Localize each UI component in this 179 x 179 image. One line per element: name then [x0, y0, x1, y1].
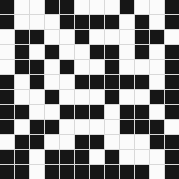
cell-r8c2-filled[interactable] [15, 105, 29, 119]
cell-r8c4-empty[interactable] [45, 105, 59, 119]
cell-r4c6-empty[interactable] [75, 45, 89, 59]
cell-r1c3-empty[interactable] [30, 0, 44, 14]
cell-r7c2-empty[interactable] [15, 90, 29, 104]
cell-r11c2-filled[interactable] [15, 150, 29, 164]
cell-r3c7-empty[interactable] [90, 30, 104, 44]
cell-r6c2-empty[interactable] [15, 75, 29, 89]
cell-r11c6-filled[interactable] [75, 150, 89, 164]
cell-r8c11-empty[interactable] [150, 105, 164, 119]
cell-r9c1-filled[interactable] [0, 120, 14, 134]
cell-r1c6-empty[interactable] [75, 0, 89, 14]
cell-r6c6-filled[interactable] [75, 75, 89, 89]
cell-r8c7-filled[interactable] [90, 105, 104, 119]
cell-r7c9-empty[interactable] [120, 90, 134, 104]
cell-r6c10-filled[interactable] [135, 75, 149, 89]
cell-r2c7-filled[interactable] [90, 15, 104, 29]
cell-r1c2-empty[interactable] [15, 0, 29, 14]
cell-r2c9-empty[interactable] [120, 15, 134, 29]
cell-r12c1-filled[interactable] [0, 165, 14, 179]
cell-r8c6-filled[interactable] [75, 105, 89, 119]
cell-r7c7-empty[interactable] [90, 90, 104, 104]
cell-r1c4-filled[interactable] [45, 0, 59, 14]
cell-r12c9-filled[interactable] [120, 165, 134, 179]
cell-r9c2-empty[interactable] [15, 120, 29, 134]
cell-r11c5-filled[interactable] [60, 150, 74, 164]
cell-r7c12-filled[interactable] [165, 90, 179, 104]
cell-r9c6-empty[interactable] [75, 120, 89, 134]
cell-r9c3-filled[interactable] [30, 120, 44, 134]
cell-r9c12-empty[interactable] [165, 120, 179, 134]
cell-r3c12-empty[interactable] [165, 30, 179, 44]
cell-r12c5-filled[interactable] [60, 165, 74, 179]
cell-r10c12-filled[interactable] [165, 135, 179, 149]
cell-r2c1-filled[interactable] [0, 15, 14, 29]
cell-r6c3-filled[interactable] [30, 75, 44, 89]
cell-r5c9-empty[interactable] [120, 60, 134, 74]
cell-r10c11-filled[interactable] [150, 135, 164, 149]
cell-r10c6-filled[interactable] [75, 135, 89, 149]
cell-r4c2-filled[interactable] [15, 45, 29, 59]
cell-r9c11-filled[interactable] [150, 120, 164, 134]
cell-r6c4-empty[interactable] [45, 75, 59, 89]
cell-r4c3-empty[interactable] [30, 45, 44, 59]
cell-r10c5-empty[interactable] [60, 135, 74, 149]
cell-r1c9-filled[interactable] [120, 0, 134, 14]
cell-r5c11-empty[interactable] [150, 60, 164, 74]
cell-r7c6-empty[interactable] [75, 90, 89, 104]
cell-r11c3-empty[interactable] [30, 150, 44, 164]
puzzle-board [0, 0, 179, 179]
cell-r6c12-filled[interactable] [165, 75, 179, 89]
cell-r9c7-empty[interactable] [90, 120, 104, 134]
cell-r1c10-empty[interactable] [135, 0, 149, 14]
cell-r8c10-filled[interactable] [135, 105, 149, 119]
cell-r12c6-filled[interactable] [75, 165, 89, 179]
cell-r5c8-filled[interactable] [105, 60, 119, 74]
cell-r2c2-empty[interactable] [15, 15, 29, 29]
cell-r12c3-empty[interactable] [30, 165, 44, 179]
cell-r6c9-filled[interactable] [120, 75, 134, 89]
cell-r10c1-empty[interactable] [0, 135, 14, 149]
cell-r3c2-filled[interactable] [15, 30, 29, 44]
cell-r3c8-empty[interactable] [105, 30, 119, 44]
cell-r8c8-empty[interactable] [105, 105, 119, 119]
cell-r6c5-empty[interactable] [60, 75, 74, 89]
cell-r6c8-filled[interactable] [105, 75, 119, 89]
cell-r12c10-filled[interactable] [135, 165, 149, 179]
cell-r3c6-filled[interactable] [75, 30, 89, 44]
cell-r9c5-empty[interactable] [60, 120, 74, 134]
cell-r1c1-filled[interactable] [0, 0, 14, 14]
cell-r10c7-filled[interactable] [90, 135, 104, 149]
cell-r8c3-empty[interactable] [30, 105, 44, 119]
cell-r1c12-filled[interactable] [165, 0, 179, 14]
cell-r12c2-filled[interactable] [15, 165, 29, 179]
cell-r2c6-filled[interactable] [75, 15, 89, 29]
cell-r10c2-filled[interactable] [15, 135, 29, 149]
cell-r2c11-empty[interactable] [150, 15, 164, 29]
cell-r7c10-empty[interactable] [135, 90, 149, 104]
cell-r9c4-filled[interactable] [45, 120, 59, 134]
cell-r6c1-filled[interactable] [0, 75, 14, 89]
cell-r7c1-filled[interactable] [0, 90, 14, 104]
cell-r11c10-empty[interactable] [135, 150, 149, 164]
cell-r8c9-filled[interactable] [120, 105, 134, 119]
cell-r4c8-filled[interactable] [105, 45, 119, 59]
cell-r11c8-filled[interactable] [105, 150, 119, 164]
cell-r1c11-empty[interactable] [150, 0, 164, 14]
cell-r3c3-filled[interactable] [30, 30, 44, 44]
cell-r7c8-filled[interactable] [105, 90, 119, 104]
cell-r4c9-empty[interactable] [120, 45, 134, 59]
cell-r11c1-filled[interactable] [0, 150, 14, 164]
cell-r7c4-filled[interactable] [45, 90, 59, 104]
cell-r2c8-filled[interactable] [105, 15, 119, 29]
cell-r10c10-empty[interactable] [135, 135, 149, 149]
cell-r9c10-filled[interactable] [135, 120, 149, 134]
cell-r6c7-filled[interactable] [90, 75, 104, 89]
cell-r1c5-filled[interactable] [60, 0, 74, 14]
cell-r11c7-empty[interactable] [90, 150, 104, 164]
cell-r9c8-empty[interactable] [105, 120, 119, 134]
cell-r5c2-filled[interactable] [15, 60, 29, 74]
cell-r5c7-empty[interactable] [90, 60, 104, 74]
cell-r11c11-empty[interactable] [150, 150, 164, 164]
cell-r2c12-filled[interactable] [165, 15, 179, 29]
cell-r3c1-empty[interactable] [0, 30, 14, 44]
cell-r10c8-empty[interactable] [105, 135, 119, 149]
cell-r2c3-empty[interactable] [30, 15, 44, 29]
cell-r5c4-empty[interactable] [45, 60, 59, 74]
cell-r10c4-empty[interactable] [45, 135, 59, 149]
cell-r4c7-filled[interactable] [90, 45, 104, 59]
cell-r11c4-filled[interactable] [45, 150, 59, 164]
cell-r5c12-filled[interactable] [165, 60, 179, 74]
cell-r9c9-filled[interactable] [120, 120, 134, 134]
cell-r6c11-empty[interactable] [150, 75, 164, 89]
cell-r5c1-empty[interactable] [0, 60, 14, 74]
cell-r12c8-filled[interactable] [105, 165, 119, 179]
cell-r7c5-empty[interactable] [60, 90, 74, 104]
cell-r5c6-empty[interactable] [75, 60, 89, 74]
cell-r4c11-empty[interactable] [150, 45, 164, 59]
cell-r3c10-filled[interactable] [135, 30, 149, 44]
cell-r2c5-filled[interactable] [60, 15, 74, 29]
cell-r3c11-filled[interactable] [150, 30, 164, 44]
cell-r12c12-filled[interactable] [165, 165, 179, 179]
cell-r4c10-filled[interactable] [135, 45, 149, 59]
cell-r7c11-filled[interactable] [150, 90, 164, 104]
cell-r11c12-filled[interactable] [165, 150, 179, 164]
cell-r5c3-filled[interactable] [30, 60, 44, 74]
cell-r7c3-empty[interactable] [30, 90, 44, 104]
cell-r4c12-filled[interactable] [165, 45, 179, 59]
cell-r12c11-empty[interactable] [150, 165, 164, 179]
cell-r4c5-empty[interactable] [60, 45, 74, 59]
cell-r5c5-filled[interactable] [60, 60, 74, 74]
cell-r11c9-empty[interactable] [120, 150, 134, 164]
cell-r10c9-empty[interactable] [120, 135, 134, 149]
cell-r2c4-empty[interactable] [45, 15, 59, 29]
cell-r10c3-filled[interactable] [30, 135, 44, 149]
cell-r4c1-empty[interactable] [0, 45, 14, 59]
cell-r5c10-empty[interactable] [135, 60, 149, 74]
cell-r1c8-empty[interactable] [105, 0, 119, 14]
cell-r4c4-filled[interactable] [45, 45, 59, 59]
cell-r8c12-filled[interactable] [165, 105, 179, 119]
cell-r12c7-filled[interactable] [90, 165, 104, 179]
cell-r2c10-filled[interactable] [135, 15, 149, 29]
cell-r12c4-filled[interactable] [45, 165, 59, 179]
cell-r8c1-filled[interactable] [0, 105, 14, 119]
cell-r3c9-empty[interactable] [120, 30, 134, 44]
cell-r3c5-empty[interactable] [60, 30, 74, 44]
cell-r8c5-filled[interactable] [60, 105, 74, 119]
cell-r3c4-empty[interactable] [45, 30, 59, 44]
cell-r1c7-empty[interactable] [90, 0, 104, 14]
